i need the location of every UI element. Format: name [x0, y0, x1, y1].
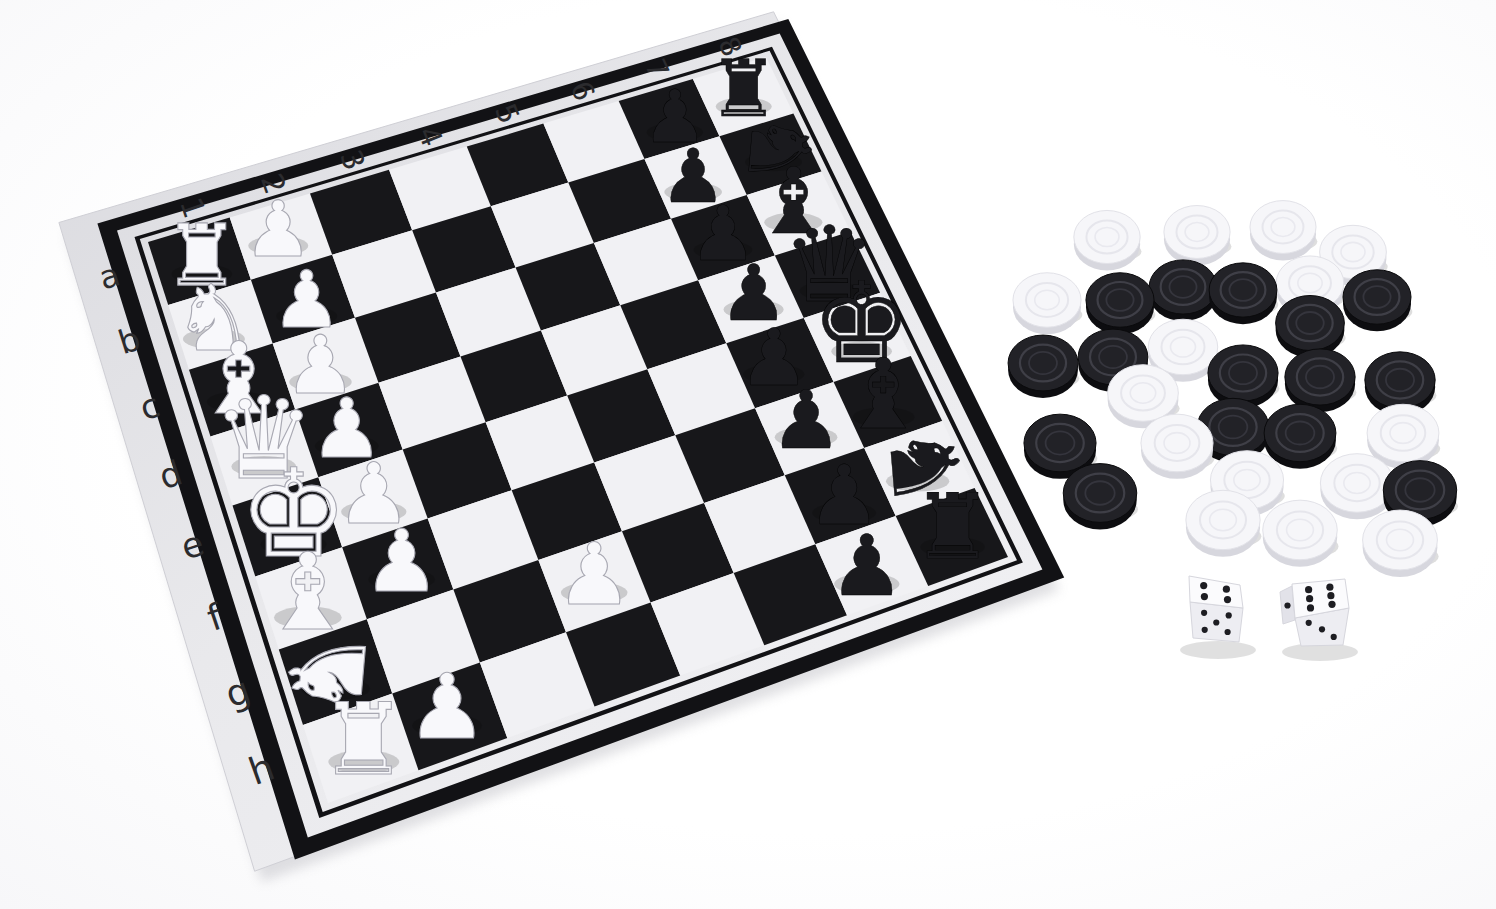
die-2-front-pip-3	[1331, 634, 1337, 640]
die-shadow	[1180, 641, 1256, 659]
dice	[1180, 576, 1358, 661]
checker-top	[1263, 500, 1338, 560]
checker-black-6	[1008, 335, 1079, 398]
piece-glyph: ♟	[829, 517, 905, 615]
piece-glyph: ♟	[556, 524, 633, 624]
checker-top	[1285, 349, 1355, 405]
checker-top	[1250, 201, 1316, 254]
checker-top	[1074, 210, 1140, 263]
checker-top	[1164, 206, 1230, 259]
die-2-side-pip-1	[1284, 602, 1290, 608]
checker-black-3	[1209, 263, 1278, 324]
die-1-front-pip-5	[1225, 629, 1231, 635]
checker-white-14	[1263, 500, 1339, 567]
checker-black-4	[1343, 270, 1412, 331]
die-1-front-pip-1	[1201, 610, 1207, 616]
piece-white-pawn-h2: ♟	[407, 654, 488, 759]
die-face-top	[1189, 576, 1243, 608]
die-2	[1280, 579, 1358, 661]
checker-top	[1264, 404, 1336, 461]
checker-white-1	[1074, 210, 1142, 270]
checker-top	[1008, 335, 1078, 391]
die-1-front-pip-2	[1226, 612, 1232, 618]
checker-top	[1186, 490, 1260, 549]
die-2-top-pip-5	[1327, 592, 1334, 599]
piece-white-pawn-g4: ♟	[556, 524, 633, 624]
checker-top	[1363, 510, 1438, 570]
checker-white-2	[1164, 206, 1232, 266]
piece-white-rook-h1: ♜	[319, 682, 408, 797]
die-1	[1180, 576, 1256, 659]
die-2-top-pip-2	[1306, 595, 1313, 602]
die-1-top-pip-3	[1201, 593, 1208, 600]
checker-white-6	[1013, 273, 1082, 334]
checker-black-5	[1276, 296, 1346, 358]
checker-black-8	[1208, 345, 1279, 408]
checker-top	[1108, 365, 1179, 422]
checker-top	[1208, 345, 1278, 401]
piece-glyph: ♟	[407, 654, 488, 759]
checker-top	[1365, 352, 1435, 408]
checker-black-13	[1264, 404, 1337, 468]
checker-top	[1013, 273, 1081, 327]
checker-white-13	[1186, 490, 1262, 556]
die-1-top-pip-4	[1224, 596, 1231, 603]
piece-black-rook-h8: ♜	[912, 474, 993, 579]
checker-black-14	[1063, 464, 1138, 530]
checker-black-9	[1285, 349, 1357, 412]
checkers-pile	[1008, 201, 1458, 577]
die-1-top-pip-1	[1200, 582, 1207, 589]
product-photo-chess-set: 12345678abcdefgh♜♟♞♟♝♟♟♜♛♟♟♞♚♟♟♝♝♟♟♛♞♟♟♚…	[0, 0, 1496, 909]
checker-top	[1320, 454, 1393, 513]
scene: 12345678abcdefgh♜♟♞♟♝♟♟♜♛♟♟♞♚♟♟♝♝♟♟♛♞♟♟♚…	[0, 0, 1496, 909]
checker-top	[1141, 414, 1213, 472]
die-1-top-pip-2	[1223, 586, 1230, 593]
checker-black-1	[1086, 273, 1155, 334]
piece-glyph: ♟	[363, 511, 440, 611]
piece-black-pawn-h7: ♟	[829, 517, 905, 615]
die-1-front-pip-4	[1202, 627, 1208, 633]
die-2-top-pip-4	[1326, 584, 1333, 591]
checker-top	[1367, 404, 1439, 461]
checker-white-9	[1141, 414, 1214, 479]
checker-top	[1024, 414, 1096, 472]
piece-white-pawn-f2: ♟	[363, 511, 440, 611]
die-2-front-pip-2	[1319, 626, 1325, 632]
piece-glyph: ♜	[912, 474, 993, 579]
die-2-top-pip-1	[1305, 586, 1312, 593]
die-2-top-pip-6	[1328, 601, 1335, 608]
checker-white-3	[1250, 201, 1317, 261]
die-2-front-pip-1	[1306, 620, 1312, 626]
checker-top	[1148, 319, 1217, 375]
die-1-front-pip-3	[1213, 619, 1219, 625]
checker-top	[1063, 464, 1137, 523]
piece-glyph: ♜	[319, 682, 408, 797]
die-2-top-pip-3	[1307, 604, 1314, 611]
checker-black-2	[1149, 260, 1218, 321]
checker-white-15	[1363, 510, 1439, 577]
